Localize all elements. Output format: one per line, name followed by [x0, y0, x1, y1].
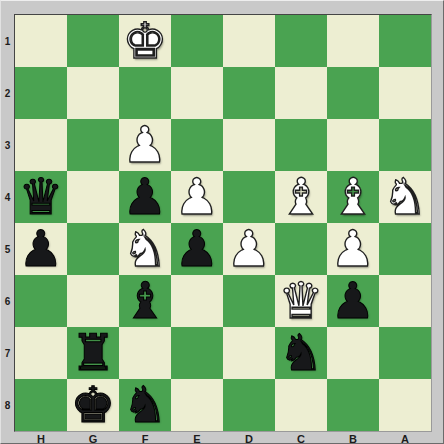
piece-white-pawn: ♟ — [227, 223, 272, 275]
square-b8[interactable] — [327, 379, 379, 431]
rank-label-8: 8 — [1, 379, 14, 431]
piece-white-pawn: ♟ — [331, 223, 376, 275]
square-f1[interactable]: ♚ — [119, 15, 171, 67]
square-c8[interactable] — [275, 379, 327, 431]
square-c6[interactable]: ♛ — [275, 275, 327, 327]
square-h2[interactable] — [15, 67, 67, 119]
file-label-a: A — [379, 432, 431, 444]
file-label-h: H — [15, 432, 67, 444]
square-e3[interactable] — [171, 119, 223, 171]
square-e8[interactable] — [171, 379, 223, 431]
square-e7[interactable] — [171, 327, 223, 379]
square-g5[interactable] — [67, 223, 119, 275]
square-a6[interactable] — [379, 275, 431, 327]
square-f6[interactable]: ♝ — [119, 275, 171, 327]
square-h4[interactable]: ♛ — [15, 171, 67, 223]
square-g7[interactable]: ♜ — [67, 327, 119, 379]
square-c7[interactable]: ♞ — [275, 327, 327, 379]
square-g1[interactable] — [67, 15, 119, 67]
piece-black-queen: ♛ — [19, 171, 64, 223]
square-b1[interactable] — [327, 15, 379, 67]
piece-white-knight: ♞ — [123, 223, 168, 275]
square-e4[interactable]: ♟ — [171, 171, 223, 223]
piece-white-king: ♚ — [123, 15, 168, 67]
square-a1[interactable] — [379, 15, 431, 67]
rank-label-6: 6 — [1, 275, 14, 327]
rank-label-2: 2 — [1, 67, 14, 119]
piece-black-knight: ♞ — [123, 379, 168, 431]
square-h5[interactable]: ♟ — [15, 223, 67, 275]
piece-black-pawn: ♟ — [19, 223, 64, 275]
square-a3[interactable] — [379, 119, 431, 171]
file-label-g: G — [67, 432, 119, 444]
square-a8[interactable] — [379, 379, 431, 431]
piece-white-knight: ♞ — [383, 171, 428, 223]
square-h6[interactable] — [15, 275, 67, 327]
square-c1[interactable] — [275, 15, 327, 67]
square-c2[interactable] — [275, 67, 327, 119]
piece-white-queen: ♛ — [279, 275, 324, 327]
square-d3[interactable] — [223, 119, 275, 171]
square-d5[interactable]: ♟ — [223, 223, 275, 275]
square-e2[interactable] — [171, 67, 223, 119]
square-f5[interactable]: ♞ — [119, 223, 171, 275]
square-e1[interactable] — [171, 15, 223, 67]
square-g8[interactable]: ♚ — [67, 379, 119, 431]
square-d6[interactable] — [223, 275, 275, 327]
square-b2[interactable] — [327, 67, 379, 119]
file-label-c: C — [275, 432, 327, 444]
piece-black-knight: ♞ — [279, 327, 324, 379]
square-a4[interactable]: ♞ — [379, 171, 431, 223]
square-d1[interactable] — [223, 15, 275, 67]
square-b5[interactable]: ♟ — [327, 223, 379, 275]
piece-white-bishop: ♝ — [279, 171, 324, 223]
square-c5[interactable] — [275, 223, 327, 275]
piece-white-pawn: ♟ — [175, 171, 220, 223]
square-a7[interactable] — [379, 327, 431, 379]
square-c4[interactable]: ♝ — [275, 171, 327, 223]
square-b6[interactable]: ♟ — [327, 275, 379, 327]
piece-black-pawn: ♟ — [331, 275, 376, 327]
square-b3[interactable] — [327, 119, 379, 171]
square-g2[interactable] — [67, 67, 119, 119]
square-a5[interactable] — [379, 223, 431, 275]
square-g6[interactable] — [67, 275, 119, 327]
square-c3[interactable] — [275, 119, 327, 171]
rank-label-5: 5 — [1, 223, 14, 275]
square-f8[interactable]: ♞ — [119, 379, 171, 431]
square-e6[interactable] — [171, 275, 223, 327]
file-label-f: F — [119, 432, 171, 444]
square-f7[interactable] — [119, 327, 171, 379]
square-g3[interactable] — [67, 119, 119, 171]
square-f3[interactable]: ♟ — [119, 119, 171, 171]
chessboard: ♚♟♛♟♟♝♝♞♟♞♟♟♟♝♛♟♜♞♚♞ — [14, 14, 432, 432]
square-h8[interactable] — [15, 379, 67, 431]
square-d7[interactable] — [223, 327, 275, 379]
square-e5[interactable]: ♟ — [171, 223, 223, 275]
square-h3[interactable] — [15, 119, 67, 171]
square-h1[interactable] — [15, 15, 67, 67]
file-label-b: B — [327, 432, 379, 444]
piece-black-bishop: ♝ — [123, 275, 168, 327]
square-a2[interactable] — [379, 67, 431, 119]
square-b7[interactable] — [327, 327, 379, 379]
piece-black-pawn: ♟ — [123, 171, 168, 223]
piece-black-rook: ♜ — [71, 327, 116, 379]
square-d8[interactable] — [223, 379, 275, 431]
square-f2[interactable] — [119, 67, 171, 119]
square-d4[interactable] — [223, 171, 275, 223]
square-b4[interactable]: ♝ — [327, 171, 379, 223]
square-g4[interactable] — [67, 171, 119, 223]
square-h7[interactable] — [15, 327, 67, 379]
rank-label-4: 4 — [1, 171, 14, 223]
piece-black-pawn: ♟ — [175, 223, 220, 275]
piece-white-bishop: ♝ — [331, 171, 376, 223]
square-d2[interactable] — [223, 67, 275, 119]
rank-label-3: 3 — [1, 119, 14, 171]
square-f4[interactable]: ♟ — [119, 171, 171, 223]
rank-label-7: 7 — [1, 327, 14, 379]
file-label-d: D — [223, 432, 275, 444]
board-frame: ♚♟♛♟♟♝♝♞♟♞♟♟♟♝♛♟♜♞♚♞ 12345678 HGFEDCBA — [0, 0, 444, 444]
piece-black-king: ♚ — [71, 379, 116, 431]
rank-label-1: 1 — [1, 15, 14, 67]
file-label-e: E — [171, 432, 223, 444]
piece-white-pawn: ♟ — [123, 119, 168, 171]
